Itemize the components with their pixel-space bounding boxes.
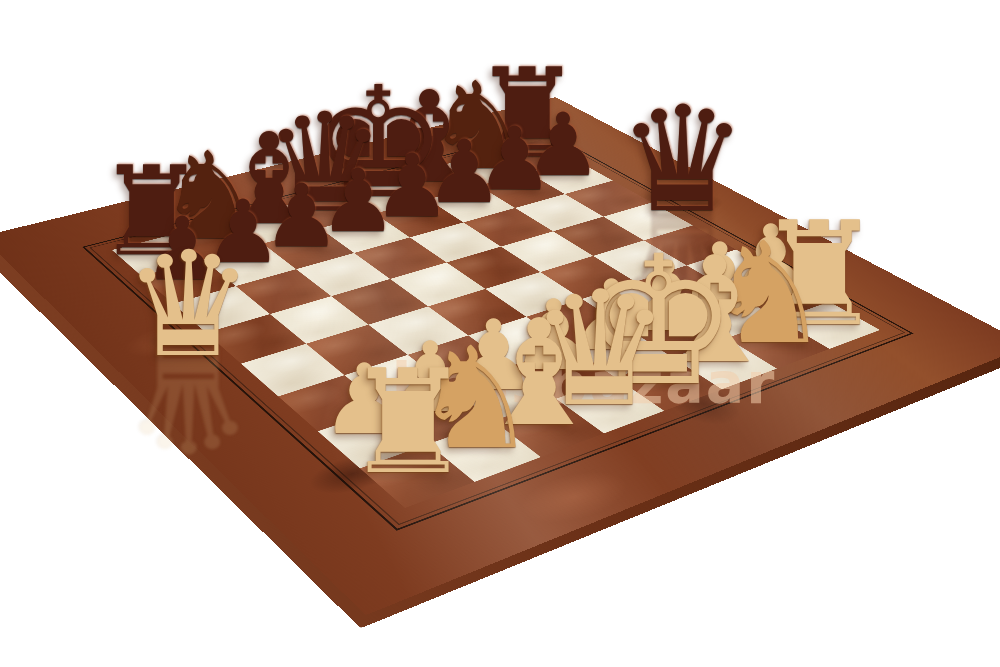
board-squares: [112, 140, 880, 508]
chess-set-photo: chessbazaar ♜♞♝♛♚♝♞♜♟♟♟♟♟♟♟♟♟♟♟♟♟♟♟♟♜♞♝♛…: [0, 0, 1000, 667]
chess-board: [0, 97, 1000, 615]
